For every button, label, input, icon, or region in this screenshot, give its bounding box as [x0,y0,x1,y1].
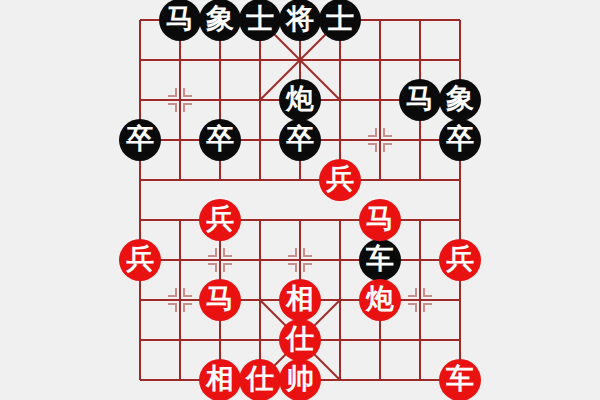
piece-glyph: 将 [286,5,314,33]
piece-glyph: 炮 [366,285,394,313]
piece-glyph: 炮 [286,85,314,113]
piece-red-horse[interactable]: 马 [359,199,401,241]
piece-glyph: 士 [246,5,274,33]
piece-glyph: 马 [206,285,234,313]
piece-glyph: 马 [166,5,194,33]
piece-red-cannon[interactable]: 炮 [359,279,401,321]
piece-red-soldier[interactable]: 兵 [439,239,481,281]
piece-black-general[interactable]: 将 [279,0,321,41]
piece-glyph: 兵 [326,165,354,193]
piece-red-chariot[interactable]: 车 [439,359,481,400]
piece-black-advisor[interactable]: 士 [319,0,361,41]
piece-glyph: 相 [206,365,234,393]
piece-red-soldier[interactable]: 兵 [319,159,361,201]
piece-red-horse[interactable]: 马 [199,279,241,321]
piece-black-horse[interactable]: 马 [159,0,201,41]
piece-glyph: 车 [446,365,474,393]
piece-red-elephant[interactable]: 相 [199,359,241,400]
piece-glyph: 兵 [126,245,154,273]
piece-glyph: 卒 [206,125,234,153]
piece-black-cannon[interactable]: 炮 [279,79,321,121]
piece-glyph: 兵 [446,245,474,273]
piece-black-elephant[interactable]: 象 [439,79,481,121]
piece-glyph: 车 [366,245,394,273]
piece-red-soldier[interactable]: 兵 [119,239,161,281]
piece-black-soldier[interactable]: 卒 [279,119,321,161]
piece-red-general[interactable]: 帅 [279,359,321,400]
piece-glyph: 仕 [286,325,314,353]
piece-black-advisor[interactable]: 士 [239,0,281,41]
piece-black-soldier[interactable]: 卒 [119,119,161,161]
piece-black-chariot[interactable]: 车 [359,239,401,281]
piece-glyph: 士 [326,5,354,33]
piece-red-soldier[interactable]: 兵 [199,199,241,241]
piece-glyph: 马 [406,85,434,113]
pieces-layer: 马象士将士炮马象卒卒卒卒车兵兵马兵兵马相炮仕相仕帅车 [120,0,480,400]
piece-black-horse[interactable]: 马 [399,79,441,121]
piece-glyph: 卒 [286,125,314,153]
piece-glyph: 象 [206,5,234,33]
piece-red-advisor[interactable]: 仕 [279,319,321,361]
xiangqi-board: 马象士将士炮马象卒卒卒卒车兵兵马兵兵马相炮仕相仕帅车 [0,0,600,400]
piece-glyph: 卒 [126,125,154,153]
piece-black-soldier[interactable]: 卒 [439,119,481,161]
piece-glyph: 帅 [286,365,314,393]
piece-black-elephant[interactable]: 象 [199,0,241,41]
piece-glyph: 相 [286,285,314,313]
piece-glyph: 兵 [206,205,234,233]
piece-glyph: 象 [446,85,474,113]
piece-glyph: 马 [366,205,394,233]
piece-glyph: 仕 [246,365,274,393]
piece-red-advisor[interactable]: 仕 [239,359,281,400]
piece-glyph: 卒 [446,125,474,153]
piece-red-elephant[interactable]: 相 [279,279,321,321]
piece-black-soldier[interactable]: 卒 [199,119,241,161]
